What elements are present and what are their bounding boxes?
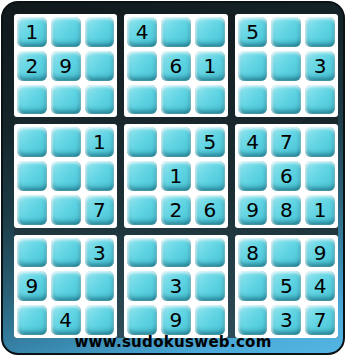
cell-r7c6[interactable] (195, 238, 225, 268)
cell-r4c5[interactable] (161, 127, 191, 157)
cell-r2c8[interactable] (271, 51, 301, 81)
cell-r4c4[interactable] (127, 127, 157, 157)
cell-r7c2[interactable] (51, 238, 81, 268)
cell-r9c5[interactable]: 9 (161, 305, 191, 335)
cell-r4c6[interactable]: 5 (195, 127, 225, 157)
box-2-1: 17 (14, 124, 117, 227)
cell-r6c3[interactable]: 7 (85, 195, 115, 225)
cell-r8c4[interactable] (127, 271, 157, 301)
cell-r3c7[interactable] (238, 85, 268, 115)
cell-r4c8[interactable]: 7 (271, 127, 301, 157)
cell-r9c4[interactable] (127, 305, 157, 335)
box-2-3: 476981 (235, 124, 338, 227)
cell-r5c1[interactable] (17, 161, 47, 191)
cell-r1c3[interactable] (85, 17, 115, 47)
cell-r9c9[interactable]: 7 (305, 305, 335, 335)
cell-r2c5[interactable]: 6 (161, 51, 191, 81)
cell-r1c8[interactable] (271, 17, 301, 47)
cell-r1c9[interactable] (305, 17, 335, 47)
cell-r4c1[interactable] (17, 127, 47, 157)
cell-r8c3[interactable] (85, 271, 115, 301)
cell-r3c3[interactable] (85, 85, 115, 115)
cell-r1c7[interactable]: 5 (238, 17, 268, 47)
cell-r4c9[interactable] (305, 127, 335, 157)
cell-r3c6[interactable] (195, 85, 225, 115)
cell-r1c5[interactable] (161, 17, 191, 47)
cell-r2c3[interactable] (85, 51, 115, 81)
cell-r5c4[interactable] (127, 161, 157, 191)
cell-r1c4[interactable]: 4 (127, 17, 157, 47)
cell-r1c1[interactable]: 1 (17, 17, 47, 47)
cell-r3c4[interactable] (127, 85, 157, 115)
cell-r3c8[interactable] (271, 85, 301, 115)
cell-r2c6[interactable]: 1 (195, 51, 225, 81)
cell-r2c9[interactable]: 3 (305, 51, 335, 81)
cell-r2c1[interactable]: 2 (17, 51, 47, 81)
cell-r6c2[interactable] (51, 195, 81, 225)
box-3-2: 39 (124, 235, 227, 338)
cell-r8c1[interactable]: 9 (17, 271, 47, 301)
cell-r5c8[interactable]: 6 (271, 161, 301, 191)
cell-r3c2[interactable] (51, 85, 81, 115)
cell-r2c7[interactable] (238, 51, 268, 81)
cell-r8c8[interactable]: 5 (271, 271, 301, 301)
box-1-1: 129 (14, 14, 117, 117)
cell-r9c7[interactable] (238, 305, 268, 335)
cell-r8c2[interactable] (51, 271, 81, 301)
cell-r6c5[interactable]: 2 (161, 195, 191, 225)
cell-r6c1[interactable] (17, 195, 47, 225)
cell-r7c8[interactable] (271, 238, 301, 268)
cell-r6c6[interactable]: 6 (195, 195, 225, 225)
cell-r3c5[interactable] (161, 85, 191, 115)
cell-r5c9[interactable] (305, 161, 335, 191)
cell-r7c4[interactable] (127, 238, 157, 268)
cell-r6c8[interactable]: 8 (271, 195, 301, 225)
cell-r8c5[interactable]: 3 (161, 271, 191, 301)
cell-r9c2[interactable]: 4 (51, 305, 81, 335)
cell-r5c6[interactable] (195, 161, 225, 191)
cell-r6c9[interactable]: 1 (305, 195, 335, 225)
cell-r6c4[interactable] (127, 195, 157, 225)
cell-r7c1[interactable] (17, 238, 47, 268)
cell-r9c6[interactable] (195, 305, 225, 335)
cell-r4c3[interactable]: 1 (85, 127, 115, 157)
cell-r3c1[interactable] (17, 85, 47, 115)
box-1-3: 53 (235, 14, 338, 117)
cell-r7c7[interactable]: 8 (238, 238, 268, 268)
sudoku-board: 1294615317512647698139439895437 (14, 14, 338, 338)
cell-r9c8[interactable]: 3 (271, 305, 301, 335)
cell-r2c4[interactable] (127, 51, 157, 81)
box-2-2: 5126 (124, 124, 227, 227)
cell-r7c3[interactable]: 3 (85, 238, 115, 268)
cell-r7c9[interactable]: 9 (305, 238, 335, 268)
cell-r1c6[interactable] (195, 17, 225, 47)
cell-r8c6[interactable] (195, 271, 225, 301)
cell-r1c2[interactable] (51, 17, 81, 47)
cell-r5c3[interactable] (85, 161, 115, 191)
cell-r5c7[interactable] (238, 161, 268, 191)
cell-r9c3[interactable] (85, 305, 115, 335)
cell-r8c9[interactable]: 4 (305, 271, 335, 301)
cell-r4c7[interactable]: 4 (238, 127, 268, 157)
cell-r2c2[interactable]: 9 (51, 51, 81, 81)
cell-r6c7[interactable]: 9 (238, 195, 268, 225)
cell-r3c9[interactable] (305, 85, 335, 115)
sudoku-frame: 1294615317512647698139439895437 www.sudo… (1, 1, 345, 355)
cell-r8c7[interactable] (238, 271, 268, 301)
cell-r9c1[interactable] (17, 305, 47, 335)
box-1-2: 461 (124, 14, 227, 117)
box-3-1: 394 (14, 235, 117, 338)
site-url: www.sudokusweb.com (3, 333, 343, 351)
cell-r7c5[interactable] (161, 238, 191, 268)
box-3-3: 895437 (235, 235, 338, 338)
cell-r5c2[interactable] (51, 161, 81, 191)
cell-r5c5[interactable]: 1 (161, 161, 191, 191)
cell-r4c2[interactable] (51, 127, 81, 157)
